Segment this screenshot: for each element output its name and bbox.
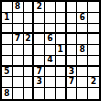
sudoku-empty-cell-r6c1[interactable] [2, 56, 13, 67]
sudoku-empty-cell-r2c9[interactable] [88, 13, 99, 24]
sudoku-given-cell-r7c4: 7 [34, 67, 45, 78]
sudoku-given-cell-r9c1: 8 [2, 88, 13, 99]
sudoku-given-cell-r4c2: 7 [13, 34, 24, 45]
sudoku-empty-cell-r7c2[interactable] [13, 67, 24, 78]
sudoku-empty-cell-r9c8[interactable] [77, 88, 88, 99]
sudoku-empty-cell-r3c8[interactable] [77, 24, 88, 35]
sudoku-given-cell-r5c6: 1 [56, 45, 67, 56]
sudoku-empty-cell-r4c8[interactable] [77, 34, 88, 45]
sudoku-empty-cell-r6c7[interactable] [67, 56, 78, 67]
sudoku-empty-cell-r1c5[interactable] [45, 2, 56, 13]
sudoku-empty-cell-r2c6[interactable] [56, 13, 67, 24]
sudoku-given-cell-r8c9: 2 [88, 77, 99, 88]
sudoku-board: 82167261845733728 [0, 0, 101, 101]
sudoku-given-cell-r6c5: 4 [45, 56, 56, 67]
sudoku-empty-cell-r7c8[interactable] [77, 67, 88, 78]
sudoku-empty-cell-r6c6[interactable] [56, 56, 67, 67]
sudoku-empty-cell-r5c1[interactable] [2, 45, 13, 56]
sudoku-empty-cell-r3c1[interactable] [2, 24, 13, 35]
sudoku-empty-cell-r1c9[interactable] [88, 2, 99, 13]
sudoku-empty-cell-r9c9[interactable] [88, 88, 99, 99]
sudoku-empty-cell-r4c4[interactable] [34, 34, 45, 45]
sudoku-empty-cell-r1c6[interactable] [56, 2, 67, 13]
sudoku-given-cell-r5c8: 8 [77, 45, 88, 56]
sudoku-given-cell-r2c8: 6 [77, 13, 88, 24]
sudoku-given-cell-r8c4: 3 [34, 77, 45, 88]
sudoku-empty-cell-r5c5[interactable] [45, 45, 56, 56]
sudoku-empty-cell-r1c1[interactable] [2, 2, 13, 13]
sudoku-empty-cell-r4c9[interactable] [88, 34, 99, 45]
sudoku-empty-cell-r4c7[interactable] [67, 34, 78, 45]
sudoku-empty-cell-r6c2[interactable] [13, 56, 24, 67]
sudoku-empty-cell-r6c3[interactable] [24, 56, 35, 67]
sudoku-empty-cell-r7c6[interactable] [56, 67, 67, 78]
sudoku-empty-cell-r8c8[interactable] [77, 77, 88, 88]
sudoku-empty-cell-r3c9[interactable] [88, 24, 99, 35]
sudoku-empty-cell-r9c6[interactable] [56, 88, 67, 99]
sudoku-given-cell-r2c1: 1 [2, 13, 13, 24]
sudoku-empty-cell-r8c1[interactable] [2, 77, 13, 88]
sudoku-empty-cell-r8c2[interactable] [13, 77, 24, 88]
sudoku-empty-cell-r5c4[interactable] [34, 45, 45, 56]
sudoku-empty-cell-r3c3[interactable] [24, 24, 35, 35]
sudoku-empty-cell-r9c2[interactable] [13, 88, 24, 99]
sudoku-given-cell-r1c2: 8 [13, 2, 24, 13]
sudoku-given-cell-r4c3: 2 [24, 34, 35, 45]
sudoku-empty-cell-r5c2[interactable] [13, 45, 24, 56]
sudoku-empty-cell-r2c3[interactable] [24, 13, 35, 24]
sudoku-empty-cell-r1c8[interactable] [77, 2, 88, 13]
sudoku-given-cell-r8c7: 7 [67, 77, 78, 88]
sudoku-given-cell-r1c4: 2 [34, 2, 45, 13]
sudoku-empty-cell-r7c5[interactable] [45, 67, 56, 78]
sudoku-empty-cell-r3c2[interactable] [13, 24, 24, 35]
sudoku-empty-cell-r8c6[interactable] [56, 77, 67, 88]
sudoku-empty-cell-r2c7[interactable] [67, 13, 78, 24]
sudoku-empty-cell-r5c9[interactable] [88, 45, 99, 56]
sudoku-empty-cell-r6c9[interactable] [88, 56, 99, 67]
sudoku-empty-cell-r1c3[interactable] [24, 2, 35, 13]
sudoku-empty-cell-r3c4[interactable] [34, 24, 45, 35]
sudoku-empty-cell-r8c5[interactable] [45, 77, 56, 88]
sudoku-empty-cell-r9c5[interactable] [45, 88, 56, 99]
sudoku-empty-cell-r8c3[interactable] [24, 77, 35, 88]
sudoku-empty-cell-r9c7[interactable] [67, 88, 78, 99]
sudoku-empty-cell-r5c7[interactable] [67, 45, 78, 56]
sudoku-empty-cell-r2c2[interactable] [13, 13, 24, 24]
sudoku-empty-cell-r7c3[interactable] [24, 67, 35, 78]
sudoku-empty-cell-r4c6[interactable] [56, 34, 67, 45]
sudoku-empty-cell-r9c3[interactable] [24, 88, 35, 99]
sudoku-given-cell-r7c7: 3 [67, 67, 78, 78]
sudoku-empty-cell-r3c5[interactable] [45, 24, 56, 35]
sudoku-empty-cell-r2c5[interactable] [45, 13, 56, 24]
sudoku-empty-cell-r2c4[interactable] [34, 13, 45, 24]
sudoku-given-cell-r4c5: 6 [45, 34, 56, 45]
sudoku-given-cell-r7c1: 5 [2, 67, 13, 78]
sudoku-empty-cell-r3c6[interactable] [56, 24, 67, 35]
sudoku-empty-cell-r6c8[interactable] [77, 56, 88, 67]
sudoku-empty-cell-r5c3[interactable] [24, 45, 35, 56]
sudoku-empty-cell-r3c7[interactable] [67, 24, 78, 35]
sudoku-empty-cell-r1c7[interactable] [67, 2, 78, 13]
sudoku-empty-cell-r9c4[interactable] [34, 88, 45, 99]
sudoku-empty-cell-r7c9[interactable] [88, 67, 99, 78]
sudoku-empty-cell-r4c1[interactable] [2, 34, 13, 45]
sudoku-empty-cell-r6c4[interactable] [34, 56, 45, 67]
